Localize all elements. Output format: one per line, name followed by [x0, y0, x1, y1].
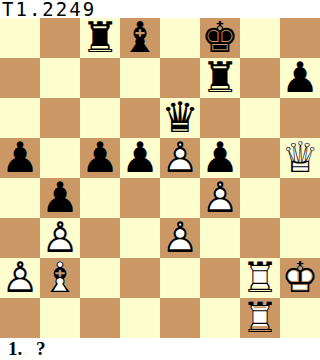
square-g2[interactable]: ♜♖	[240, 258, 280, 298]
square-c5[interactable]: ♟	[80, 138, 120, 178]
square-a2[interactable]: ♟♙	[0, 258, 40, 298]
chess-puzzle-window: T1.2249 ♜♝♚♜♟♛♟♟♟♟♙♟♛♕♟♟♙♟♙♟♙♟♙♝♗♜♖♚♔♜♖ …	[0, 0, 320, 360]
chess-board: ♜♝♚♜♟♛♟♟♟♟♙♟♛♕♟♟♙♟♙♟♙♟♙♝♗♜♖♚♔♜♖	[0, 18, 320, 338]
square-a8[interactable]	[0, 18, 40, 58]
move-prompt: 1. ?	[8, 339, 46, 359]
square-g6[interactable]	[240, 98, 280, 138]
white-rook: ♖	[240, 258, 280, 298]
square-h2[interactable]: ♚♔	[280, 258, 320, 298]
square-f3[interactable]	[200, 218, 240, 258]
square-a3[interactable]	[0, 218, 40, 258]
black-rook: ♜	[200, 58, 240, 98]
square-a7[interactable]	[0, 58, 40, 98]
black-pawn: ♟	[120, 138, 160, 178]
square-h3[interactable]	[280, 218, 320, 258]
square-b4[interactable]: ♟	[40, 178, 80, 218]
black-pawn: ♟	[80, 138, 120, 178]
black-rook: ♜	[80, 18, 120, 58]
square-e2[interactable]	[160, 258, 200, 298]
square-a1[interactable]	[0, 298, 40, 338]
square-f1[interactable]	[200, 298, 240, 338]
square-e7[interactable]	[160, 58, 200, 98]
square-f2[interactable]	[200, 258, 240, 298]
square-a5[interactable]: ♟	[0, 138, 40, 178]
white-pawn: ♙	[40, 218, 80, 258]
square-b5[interactable]	[40, 138, 80, 178]
square-a6[interactable]	[0, 98, 40, 138]
white-rook: ♖	[240, 298, 280, 338]
square-g5[interactable]	[240, 138, 280, 178]
square-e4[interactable]	[160, 178, 200, 218]
square-g1[interactable]: ♜♖	[240, 298, 280, 338]
square-d7[interactable]	[120, 58, 160, 98]
square-d8[interactable]: ♝	[120, 18, 160, 58]
square-c7[interactable]	[80, 58, 120, 98]
square-b1[interactable]	[40, 298, 80, 338]
square-b3[interactable]: ♟♙	[40, 218, 80, 258]
square-c4[interactable]	[80, 178, 120, 218]
square-c8[interactable]: ♜	[80, 18, 120, 58]
white-pawn: ♙	[200, 178, 240, 218]
square-d5[interactable]: ♟	[120, 138, 160, 178]
square-f7[interactable]: ♜	[200, 58, 240, 98]
square-g8[interactable]	[240, 18, 280, 58]
white-king: ♔	[280, 258, 320, 298]
square-d1[interactable]	[120, 298, 160, 338]
black-bishop: ♝	[120, 18, 160, 58]
white-queen: ♕	[280, 138, 320, 178]
square-h1[interactable]	[280, 298, 320, 338]
square-c3[interactable]	[80, 218, 120, 258]
white-pawn: ♙	[0, 258, 40, 298]
square-b8[interactable]	[40, 18, 80, 58]
square-e5[interactable]: ♟♙	[160, 138, 200, 178]
white-bishop: ♗	[40, 258, 80, 298]
square-f5[interactable]: ♟	[200, 138, 240, 178]
square-e1[interactable]	[160, 298, 200, 338]
black-pawn: ♟	[0, 138, 40, 178]
square-h8[interactable]	[280, 18, 320, 58]
square-e3[interactable]: ♟♙	[160, 218, 200, 258]
square-d4[interactable]	[120, 178, 160, 218]
square-e8[interactable]	[160, 18, 200, 58]
square-e6[interactable]: ♛	[160, 98, 200, 138]
square-d6[interactable]	[120, 98, 160, 138]
square-h5[interactable]: ♛♕	[280, 138, 320, 178]
black-king: ♚	[200, 18, 240, 58]
square-h7[interactable]: ♟	[280, 58, 320, 98]
square-b6[interactable]	[40, 98, 80, 138]
square-c6[interactable]	[80, 98, 120, 138]
square-f4[interactable]: ♟♙	[200, 178, 240, 218]
black-pawn: ♟	[40, 178, 80, 218]
square-d3[interactable]	[120, 218, 160, 258]
square-h4[interactable]	[280, 178, 320, 218]
square-h6[interactable]	[280, 98, 320, 138]
square-b2[interactable]: ♝♗	[40, 258, 80, 298]
square-d2[interactable]	[120, 258, 160, 298]
square-b7[interactable]	[40, 58, 80, 98]
black-pawn: ♟	[280, 58, 320, 98]
black-pawn: ♟	[200, 138, 240, 178]
square-g3[interactable]	[240, 218, 280, 258]
white-pawn: ♙	[160, 138, 200, 178]
square-f8[interactable]: ♚	[200, 18, 240, 58]
square-g7[interactable]	[240, 58, 280, 98]
white-pawn: ♙	[160, 218, 200, 258]
black-queen: ♛	[160, 98, 200, 138]
square-c2[interactable]	[80, 258, 120, 298]
square-c1[interactable]	[80, 298, 120, 338]
square-a4[interactable]	[0, 178, 40, 218]
square-f6[interactable]	[200, 98, 240, 138]
square-g4[interactable]	[240, 178, 280, 218]
